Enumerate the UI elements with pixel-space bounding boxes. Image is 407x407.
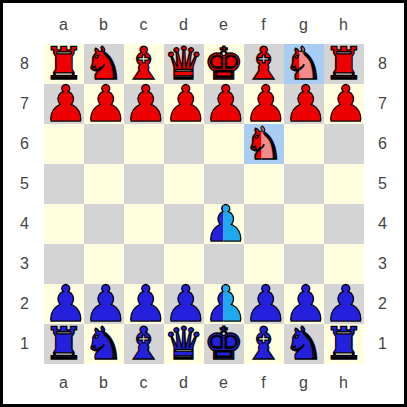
piece-red-pawn[interactable]: ♟: [124, 84, 164, 124]
square-g6[interactable]: [284, 124, 324, 164]
piece-blue-rook[interactable]: ♜: [324, 324, 364, 364]
piece-blue-knight[interactable]: ♞: [84, 324, 124, 364]
square-a6[interactable]: [44, 124, 84, 164]
square-e3[interactable]: [204, 244, 244, 284]
square-c5[interactable]: [124, 164, 164, 204]
file-label-g-bottom: g: [284, 364, 324, 402]
rank-label-6-left: 6: [6, 124, 44, 164]
file-label-e-bottom: e: [204, 364, 244, 402]
board-margin-corner: [364, 364, 402, 402]
piece-red-pawn[interactable]: ♟: [244, 84, 284, 124]
square-b1[interactable]: ♞: [84, 324, 124, 364]
piece-red-pawn[interactable]: ♟: [84, 84, 124, 124]
piece-blue-rook[interactable]: ♜: [44, 324, 84, 364]
rank-label-5-left: 5: [6, 164, 44, 204]
piece-blue-queen[interactable]: ♛: [164, 324, 204, 364]
square-f6[interactable]: ♞♞: [244, 124, 284, 164]
square-h6[interactable]: [324, 124, 364, 164]
square-g4[interactable]: [284, 204, 324, 244]
square-d7[interactable]: ♟: [164, 84, 204, 124]
piece-blue-pawn-ghost[interactable]: ♟♟: [204, 284, 244, 324]
rank-label-6-right: 6: [364, 124, 402, 164]
square-b4[interactable]: [84, 204, 124, 244]
board-frame: abcdefgh8♜♞♝♛♚♝♞♞♜87♟♟♟♟♟♟♟♟76♞♞6554♟♟43…: [0, 0, 407, 407]
file-label-h-bottom: h: [324, 364, 364, 402]
square-g1[interactable]: ♞: [284, 324, 324, 364]
piece-blue-knight[interactable]: ♞: [284, 324, 324, 364]
square-c4[interactable]: [124, 204, 164, 244]
file-label-c-bottom: c: [124, 364, 164, 402]
rank-label-5-right: 5: [364, 164, 402, 204]
rank-label-2-left: 2: [6, 284, 44, 324]
square-c7[interactable]: ♟: [124, 84, 164, 124]
file-label-a-bottom: a: [44, 364, 84, 402]
square-d1[interactable]: ♛: [164, 324, 204, 364]
square-a1[interactable]: ♜: [44, 324, 84, 364]
square-c6[interactable]: [124, 124, 164, 164]
board-margin-corner: [364, 6, 402, 44]
rank-label-1-left: 1: [6, 324, 44, 364]
file-label-g-top: g: [284, 6, 324, 44]
rank-label-7-left: 7: [6, 84, 44, 124]
file-label-f-bottom: f: [244, 364, 284, 402]
rank-label-4-left: 4: [6, 204, 44, 244]
rank-label-2-right: 2: [364, 284, 402, 324]
rank-label-8-right: 8: [364, 44, 402, 84]
square-f1[interactable]: ♝: [244, 324, 284, 364]
piece-red-knight-ghost[interactable]: ♞♞: [284, 44, 324, 84]
square-e7[interactable]: ♟: [204, 84, 244, 124]
rank-label-7-right: 7: [364, 84, 402, 124]
rank-label-3-left: 3: [6, 244, 44, 284]
piece-blue-bishop[interactable]: ♝: [244, 324, 284, 364]
square-e5[interactable]: [204, 164, 244, 204]
square-h7[interactable]: ♟: [324, 84, 364, 124]
square-a4[interactable]: [44, 204, 84, 244]
square-a7[interactable]: ♟: [44, 84, 84, 124]
square-e6[interactable]: [204, 124, 244, 164]
board-margin-corner: [6, 364, 44, 402]
square-e1[interactable]: ♚: [204, 324, 244, 364]
piece-red-pawn[interactable]: ♟: [324, 84, 364, 124]
board-margin-corner: [6, 6, 44, 44]
square-a5[interactable]: [44, 164, 84, 204]
square-d4[interactable]: [164, 204, 204, 244]
piece-red-knight[interactable]: ♞♞: [244, 124, 284, 164]
piece-red-pawn[interactable]: ♟: [164, 84, 204, 124]
piece-blue-king[interactable]: ♚: [204, 324, 244, 364]
square-f5[interactable]: [244, 164, 284, 204]
square-b5[interactable]: [84, 164, 124, 204]
file-label-d-bottom: d: [164, 364, 204, 402]
square-c1[interactable]: ♝: [124, 324, 164, 364]
piece-red-pawn[interactable]: ♟: [204, 84, 244, 124]
square-b7[interactable]: ♟: [84, 84, 124, 124]
piece-red-pawn[interactable]: ♟: [44, 84, 84, 124]
piece-red-pawn[interactable]: ♟: [284, 84, 324, 124]
square-f7[interactable]: ♟: [244, 84, 284, 124]
rank-label-3-right: 3: [364, 244, 402, 284]
file-label-b-bottom: b: [84, 364, 124, 402]
square-e2[interactable]: ♟♟: [204, 284, 244, 324]
square-h4[interactable]: [324, 204, 364, 244]
piece-blue-bishop[interactable]: ♝: [124, 324, 164, 364]
square-h5[interactable]: [324, 164, 364, 204]
chess-board: abcdefgh8♜♞♝♛♚♝♞♞♜87♟♟♟♟♟♟♟♟76♞♞6554♟♟43…: [6, 6, 402, 402]
square-b6[interactable]: [84, 124, 124, 164]
square-d6[interactable]: [164, 124, 204, 164]
rank-label-4-right: 4: [364, 204, 402, 244]
piece-blue-pawn[interactable]: ♟♟: [204, 204, 244, 244]
square-g5[interactable]: [284, 164, 324, 204]
rank-label-1-right: 1: [364, 324, 402, 364]
square-g7[interactable]: ♟: [284, 84, 324, 124]
square-h1[interactable]: ♜: [324, 324, 364, 364]
square-f4[interactable]: [244, 204, 284, 244]
square-g8[interactable]: ♞♞: [284, 44, 324, 84]
square-e4[interactable]: ♟♟: [204, 204, 244, 244]
square-d5[interactable]: [164, 164, 204, 204]
rank-label-8-left: 8: [6, 44, 44, 84]
